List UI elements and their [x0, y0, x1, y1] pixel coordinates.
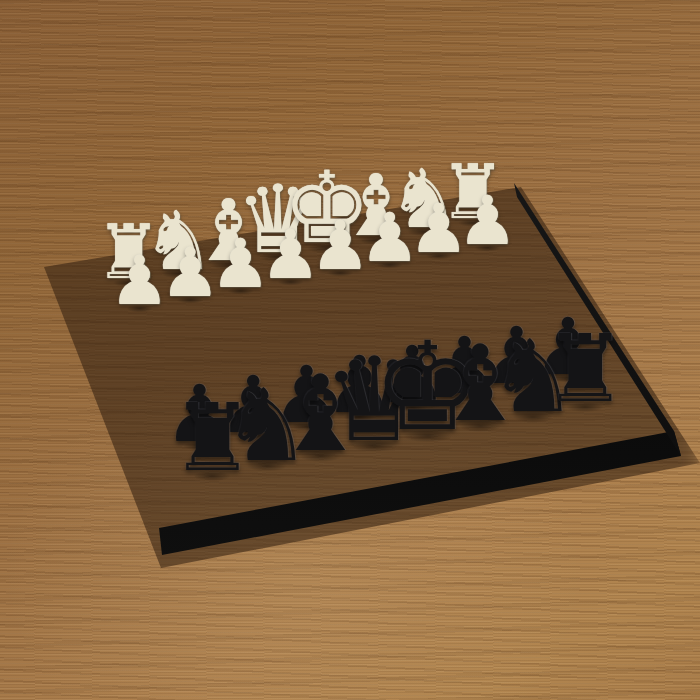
- photo-scene: ABCDEFGH12345678 ♜︎♞︎♝︎♛︎♚︎♝︎♞︎♜︎♟︎♟︎♟︎♟…: [0, 0, 700, 700]
